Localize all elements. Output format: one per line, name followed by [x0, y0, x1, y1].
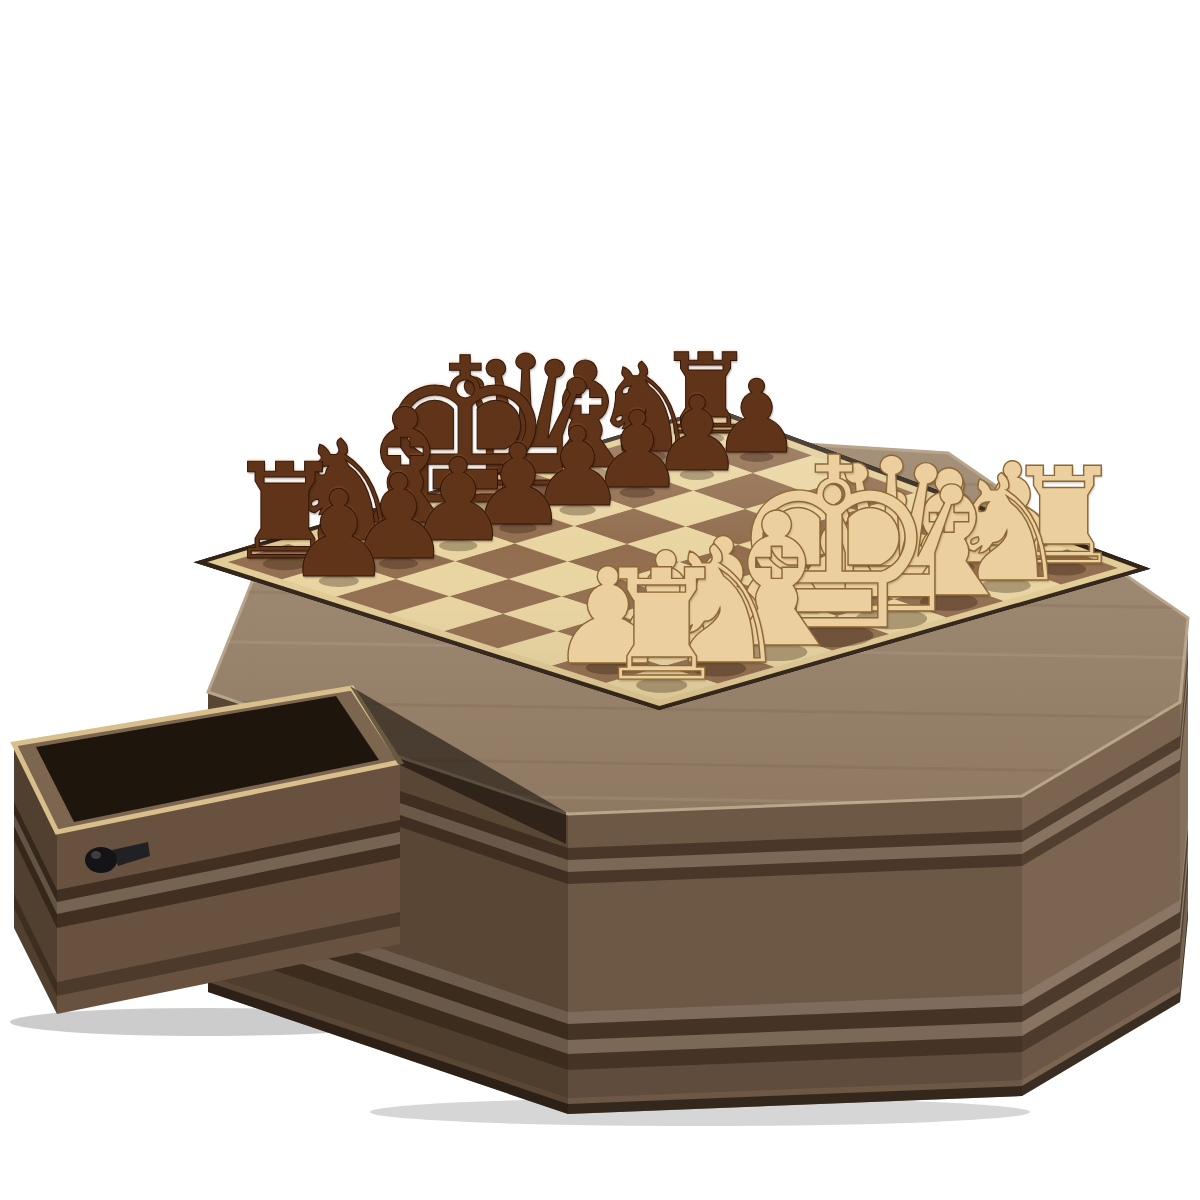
piece-base-shadow — [495, 483, 555, 501]
piece-base-shadow — [702, 628, 745, 641]
piece-base-shadow — [439, 540, 477, 551]
piece-base-shadow — [819, 594, 860, 606]
piece-base-shadow — [561, 467, 610, 482]
piece-base-shadow — [586, 661, 630, 674]
piece-base-shadow — [322, 539, 369, 553]
piece-base-shadow — [795, 623, 874, 647]
drawer-knob — [85, 847, 117, 873]
piece-base-shadow — [625, 450, 666, 462]
piece-base-shadow — [432, 500, 499, 520]
piece-base-shadow — [263, 557, 307, 570]
piece-base-shadow — [687, 433, 724, 444]
piece-base-shadow — [935, 561, 974, 573]
piece-base-shadow — [877, 578, 917, 590]
piece-base-shadow — [559, 505, 595, 516]
piece-base-shadow — [680, 470, 715, 480]
piece-base-shadow — [856, 608, 927, 629]
piece-base-shadow — [379, 520, 432, 536]
piece-base-shadow — [379, 557, 418, 569]
piece-base-shadow — [644, 645, 688, 658]
piece-base-shadow — [620, 487, 656, 498]
piece-base-shadow — [920, 593, 978, 610]
piece-base-shadow — [319, 575, 359, 587]
piece-base-shadow — [982, 578, 1031, 593]
piece-base-shadow — [692, 660, 746, 676]
product-photo-stage: ♜♞♟♝♟♛♟♚♟♝♟♟♞♟♟♜♟♜♟♟♞♟♝♟♛♟♚♟♝♟♞♜ — [0, 0, 1200, 1200]
piece-base-shadow — [740, 452, 774, 462]
piece-base-shadow — [636, 677, 687, 692]
piece-base-shadow — [746, 643, 808, 661]
piece-base-shadow — [499, 522, 536, 533]
piece-base-shadow — [1042, 562, 1087, 575]
piece-base-shadow — [760, 611, 802, 624]
chess-table-scene — [0, 0, 1200, 1200]
piece-base-shadow — [993, 545, 1031, 557]
drawer-knob-highlight — [91, 851, 101, 859]
